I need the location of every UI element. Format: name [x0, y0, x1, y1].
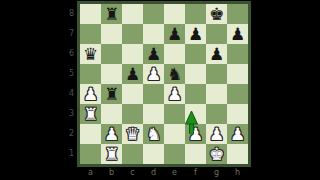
rank-label-5: 5: [58, 64, 74, 84]
square-e5: ♞: [164, 64, 185, 84]
piece-white-rook-a3: ♜: [83, 104, 98, 124]
square-a1: [80, 144, 101, 164]
square-h5: [227, 64, 248, 84]
rank-label-4: 4: [58, 84, 74, 104]
file-label-g: g: [206, 167, 227, 179]
square-d2: ♞: [143, 124, 164, 144]
file-label-a: a: [80, 167, 101, 179]
square-d4: [143, 84, 164, 104]
square-g8: ♚: [206, 4, 227, 24]
square-b1: ♜: [101, 144, 122, 164]
piece-black-pawn-c5: ♟: [125, 64, 140, 84]
square-e8: [164, 4, 185, 24]
piece-white-pawn-d5: ♟: [146, 64, 161, 84]
square-a4: ♟: [80, 84, 101, 104]
square-g4: [206, 84, 227, 104]
square-c5: ♟: [122, 64, 143, 84]
square-d1: [143, 144, 164, 164]
piece-white-queen-c2: ♛: [125, 124, 140, 144]
square-f8: [185, 4, 206, 24]
piece-black-rook-b8: ♜: [104, 4, 119, 24]
square-f4: [185, 84, 206, 104]
square-e4: ♟: [164, 84, 185, 104]
file-label-d: d: [143, 167, 164, 179]
rank-label-6: 6: [58, 44, 74, 64]
rank-labels: 87654321: [58, 4, 74, 164]
piece-white-pawn-h2: ♟: [230, 124, 245, 144]
piece-black-pawn-e7: ♟: [167, 24, 182, 44]
piece-black-king-g8: ♚: [209, 4, 224, 24]
piece-black-pawn-f7: ♟: [188, 24, 203, 44]
piece-white-pawn-f2: ♟: [188, 124, 203, 144]
square-f7: ♟: [185, 24, 206, 44]
square-f6: [185, 44, 206, 64]
piece-white-pawn-a4: ♟: [83, 84, 98, 104]
square-f2: ♟: [185, 124, 206, 144]
square-e2: [164, 124, 185, 144]
chess-board: ♜♚♟♟♟♛♟♟♟♟♞♟♜♟♜♟♛♞♟♟♟♜♚: [77, 1, 251, 167]
square-f1: [185, 144, 206, 164]
piece-black-queen-a6: ♛: [83, 44, 98, 64]
square-a6: ♛: [80, 44, 101, 64]
square-d6: ♟: [143, 44, 164, 64]
square-e1: [164, 144, 185, 164]
square-g6: ♟: [206, 44, 227, 64]
file-label-f: f: [185, 167, 206, 179]
square-c1: [122, 144, 143, 164]
square-c2: ♛: [122, 124, 143, 144]
video-frame-background: 87654321 ♜♚♟♟♟♛♟♟♟♟♞♟♜♟♜♟♛♞♟♟♟♜♚ abcdefg…: [0, 0, 320, 180]
square-d8: [143, 4, 164, 24]
square-h1: [227, 144, 248, 164]
piece-white-pawn-b2: ♟: [104, 124, 119, 144]
square-h8: [227, 4, 248, 24]
piece-white-king-g1: ♚: [209, 144, 224, 164]
square-f5: [185, 64, 206, 84]
square-b5: [101, 64, 122, 84]
file-label-c: c: [122, 167, 143, 179]
square-h7: ♟: [227, 24, 248, 44]
square-b7: [101, 24, 122, 44]
piece-white-knight-d2: ♞: [146, 124, 161, 144]
square-d5: ♟: [143, 64, 164, 84]
file-labels: abcdefgh: [80, 167, 248, 179]
piece-black-pawn-d6: ♟: [146, 44, 161, 64]
square-c6: [122, 44, 143, 64]
square-b3: [101, 104, 122, 124]
square-c4: [122, 84, 143, 104]
square-h4: [227, 84, 248, 104]
square-e7: ♟: [164, 24, 185, 44]
square-a5: [80, 64, 101, 84]
square-g2: ♟: [206, 124, 227, 144]
square-b6: [101, 44, 122, 64]
square-c8: [122, 4, 143, 24]
square-d7: [143, 24, 164, 44]
square-g7: [206, 24, 227, 44]
file-label-h: h: [227, 167, 248, 179]
square-a2: [80, 124, 101, 144]
piece-black-pawn-h7: ♟: [230, 24, 245, 44]
square-g5: [206, 64, 227, 84]
square-a3: ♜: [80, 104, 101, 124]
piece-black-knight-e5: ♞: [167, 64, 182, 84]
square-a7: [80, 24, 101, 44]
square-e3: [164, 104, 185, 124]
square-b2: ♟: [101, 124, 122, 144]
square-c3: [122, 104, 143, 124]
rank-label-1: 1: [58, 144, 74, 164]
piece-white-pawn-g2: ♟: [209, 124, 224, 144]
square-h2: ♟: [227, 124, 248, 144]
square-b4: ♜: [101, 84, 122, 104]
square-f3: [185, 104, 206, 124]
square-g1: ♚: [206, 144, 227, 164]
square-h3: [227, 104, 248, 124]
piece-white-rook-b1: ♜: [104, 144, 119, 164]
rank-label-2: 2: [58, 124, 74, 144]
piece-black-rook-b4: ♜: [104, 84, 119, 104]
piece-black-pawn-g6: ♟: [209, 44, 224, 64]
square-h6: [227, 44, 248, 64]
rank-label-7: 7: [58, 24, 74, 44]
board-squares: ♜♚♟♟♟♛♟♟♟♟♞♟♜♟♜♟♛♞♟♟♟♜♚: [80, 4, 248, 164]
rank-label-3: 3: [58, 104, 74, 124]
square-c7: [122, 24, 143, 44]
file-label-b: b: [101, 167, 122, 179]
square-a8: [80, 4, 101, 24]
file-label-e: e: [164, 167, 185, 179]
square-e6: [164, 44, 185, 64]
square-b8: ♜: [101, 4, 122, 24]
square-g3: [206, 104, 227, 124]
square-d3: [143, 104, 164, 124]
rank-label-8: 8: [58, 4, 74, 24]
piece-white-pawn-e4: ♟: [167, 84, 182, 104]
